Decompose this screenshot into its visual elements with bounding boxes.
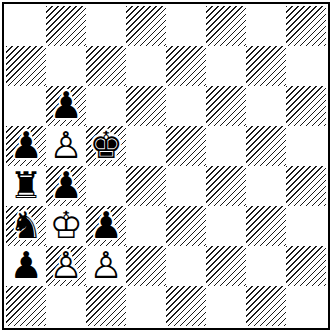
square-d4[interactable] bbox=[126, 166, 166, 206]
square-h7[interactable] bbox=[286, 46, 326, 86]
square-b4[interactable]: ♟♟ bbox=[46, 166, 86, 206]
square-g7[interactable] bbox=[246, 46, 286, 86]
square-f3[interactable] bbox=[206, 206, 246, 246]
square-h1[interactable] bbox=[286, 286, 326, 326]
square-a7[interactable] bbox=[6, 46, 46, 86]
square-d5[interactable] bbox=[126, 126, 166, 166]
square-a6[interactable] bbox=[6, 86, 46, 126]
square-c3[interactable]: ♟♟ bbox=[86, 206, 126, 246]
black-rook-icon: ♜ bbox=[9, 167, 42, 204]
black-pawn-icon: ♟ bbox=[9, 247, 42, 284]
square-h4[interactable] bbox=[286, 166, 326, 206]
square-b7[interactable] bbox=[46, 46, 86, 86]
square-h3[interactable] bbox=[286, 206, 326, 246]
square-c7[interactable] bbox=[86, 46, 126, 86]
square-b3[interactable]: ♚♔ bbox=[46, 206, 86, 246]
piece-black-king-c5[interactable]: ♚♚ bbox=[86, 126, 126, 166]
square-b8[interactable] bbox=[46, 6, 86, 46]
square-h5[interactable] bbox=[286, 126, 326, 166]
white-pawn-silhouette: ♟ bbox=[49, 127, 82, 164]
square-e7[interactable] bbox=[166, 46, 206, 86]
square-f5[interactable] bbox=[206, 126, 246, 166]
square-g1[interactable] bbox=[246, 286, 286, 326]
black-rook-silhouette: ♜ bbox=[9, 167, 42, 204]
square-e8[interactable] bbox=[166, 6, 206, 46]
square-h2[interactable] bbox=[286, 246, 326, 286]
square-g6[interactable] bbox=[246, 86, 286, 126]
chess-board-frame: ♟♟♟♟♟♙♚♚♜♜♟♟♞♞♚♔♟♟♟♟♟♙♟♙ bbox=[2, 2, 330, 330]
square-a4[interactable]: ♜♜ bbox=[6, 166, 46, 206]
square-d2[interactable] bbox=[126, 246, 166, 286]
square-g3[interactable] bbox=[246, 206, 286, 246]
square-d6[interactable] bbox=[126, 86, 166, 126]
piece-black-rook-a4[interactable]: ♜♜ bbox=[6, 166, 46, 206]
square-e4[interactable] bbox=[166, 166, 206, 206]
square-a2[interactable]: ♟♟ bbox=[6, 246, 46, 286]
black-pawn-icon: ♟ bbox=[9, 127, 42, 164]
square-g4[interactable] bbox=[246, 166, 286, 206]
square-c1[interactable] bbox=[86, 286, 126, 326]
square-c5[interactable]: ♚♚ bbox=[86, 126, 126, 166]
square-f7[interactable] bbox=[206, 46, 246, 86]
square-f6[interactable] bbox=[206, 86, 246, 126]
black-pawn-silhouette: ♟ bbox=[49, 167, 82, 204]
piece-black-pawn-a2[interactable]: ♟♟ bbox=[6, 246, 46, 286]
piece-black-pawn-c3[interactable]: ♟♟ bbox=[86, 206, 126, 246]
piece-white-pawn-b5[interactable]: ♟♙ bbox=[46, 126, 86, 166]
square-c8[interactable] bbox=[86, 6, 126, 46]
black-pawn-silhouette: ♟ bbox=[49, 87, 82, 124]
square-g8[interactable] bbox=[246, 6, 286, 46]
square-f8[interactable] bbox=[206, 6, 246, 46]
chess-board: ♟♟♟♟♟♙♚♚♜♜♟♟♞♞♚♔♟♟♟♟♟♙♟♙ bbox=[6, 6, 326, 326]
piece-black-pawn-b6[interactable]: ♟♟ bbox=[46, 86, 86, 126]
square-e2[interactable] bbox=[166, 246, 206, 286]
black-pawn-icon: ♟ bbox=[49, 87, 82, 124]
piece-black-knight-a3[interactable]: ♞♞ bbox=[6, 206, 46, 246]
square-e3[interactable] bbox=[166, 206, 206, 246]
black-pawn-silhouette: ♟ bbox=[9, 247, 42, 284]
square-h8[interactable] bbox=[286, 6, 326, 46]
black-pawn-icon: ♟ bbox=[49, 167, 82, 204]
square-d1[interactable] bbox=[126, 286, 166, 326]
square-d7[interactable] bbox=[126, 46, 166, 86]
black-knight-icon: ♞ bbox=[9, 207, 42, 244]
square-b6[interactable]: ♟♟ bbox=[46, 86, 86, 126]
square-f1[interactable] bbox=[206, 286, 246, 326]
white-pawn-icon: ♙ bbox=[49, 127, 82, 164]
square-g2[interactable] bbox=[246, 246, 286, 286]
square-c4[interactable] bbox=[86, 166, 126, 206]
square-c2[interactable]: ♟♙ bbox=[86, 246, 126, 286]
square-c6[interactable] bbox=[86, 86, 126, 126]
square-g5[interactable] bbox=[246, 126, 286, 166]
black-pawn-silhouette: ♟ bbox=[9, 127, 42, 164]
black-knight-silhouette: ♞ bbox=[9, 207, 42, 244]
piece-black-pawn-b4[interactable]: ♟♟ bbox=[46, 166, 86, 206]
square-a8[interactable] bbox=[6, 6, 46, 46]
white-pawn-silhouette: ♟ bbox=[49, 247, 82, 284]
square-a1[interactable] bbox=[6, 286, 46, 326]
black-pawn-icon: ♟ bbox=[89, 207, 122, 244]
square-b5[interactable]: ♟♙ bbox=[46, 126, 86, 166]
square-h6[interactable] bbox=[286, 86, 326, 126]
square-e5[interactable] bbox=[166, 126, 206, 166]
piece-white-pawn-c2[interactable]: ♟♙ bbox=[86, 246, 126, 286]
piece-white-king-b3[interactable]: ♚♔ bbox=[46, 206, 86, 246]
square-a5[interactable]: ♟♟ bbox=[6, 126, 46, 166]
piece-white-pawn-b2[interactable]: ♟♙ bbox=[46, 246, 86, 286]
white-pawn-icon: ♙ bbox=[89, 247, 122, 284]
white-king-icon: ♔ bbox=[49, 207, 82, 244]
square-a3[interactable]: ♞♞ bbox=[6, 206, 46, 246]
white-pawn-icon: ♙ bbox=[49, 247, 82, 284]
square-e1[interactable] bbox=[166, 286, 206, 326]
square-b2[interactable]: ♟♙ bbox=[46, 246, 86, 286]
black-king-icon: ♚ bbox=[89, 127, 122, 164]
white-king-silhouette: ♚ bbox=[49, 207, 82, 244]
white-pawn-silhouette: ♟ bbox=[89, 247, 122, 284]
square-b1[interactable] bbox=[46, 286, 86, 326]
black-king-silhouette: ♚ bbox=[89, 127, 122, 164]
square-d8[interactable] bbox=[126, 6, 166, 46]
piece-black-pawn-a5[interactable]: ♟♟ bbox=[6, 126, 46, 166]
black-pawn-silhouette: ♟ bbox=[89, 207, 122, 244]
square-f4[interactable] bbox=[206, 166, 246, 206]
square-d3[interactable] bbox=[126, 206, 166, 246]
square-e6[interactable] bbox=[166, 86, 206, 126]
square-f2[interactable] bbox=[206, 246, 246, 286]
